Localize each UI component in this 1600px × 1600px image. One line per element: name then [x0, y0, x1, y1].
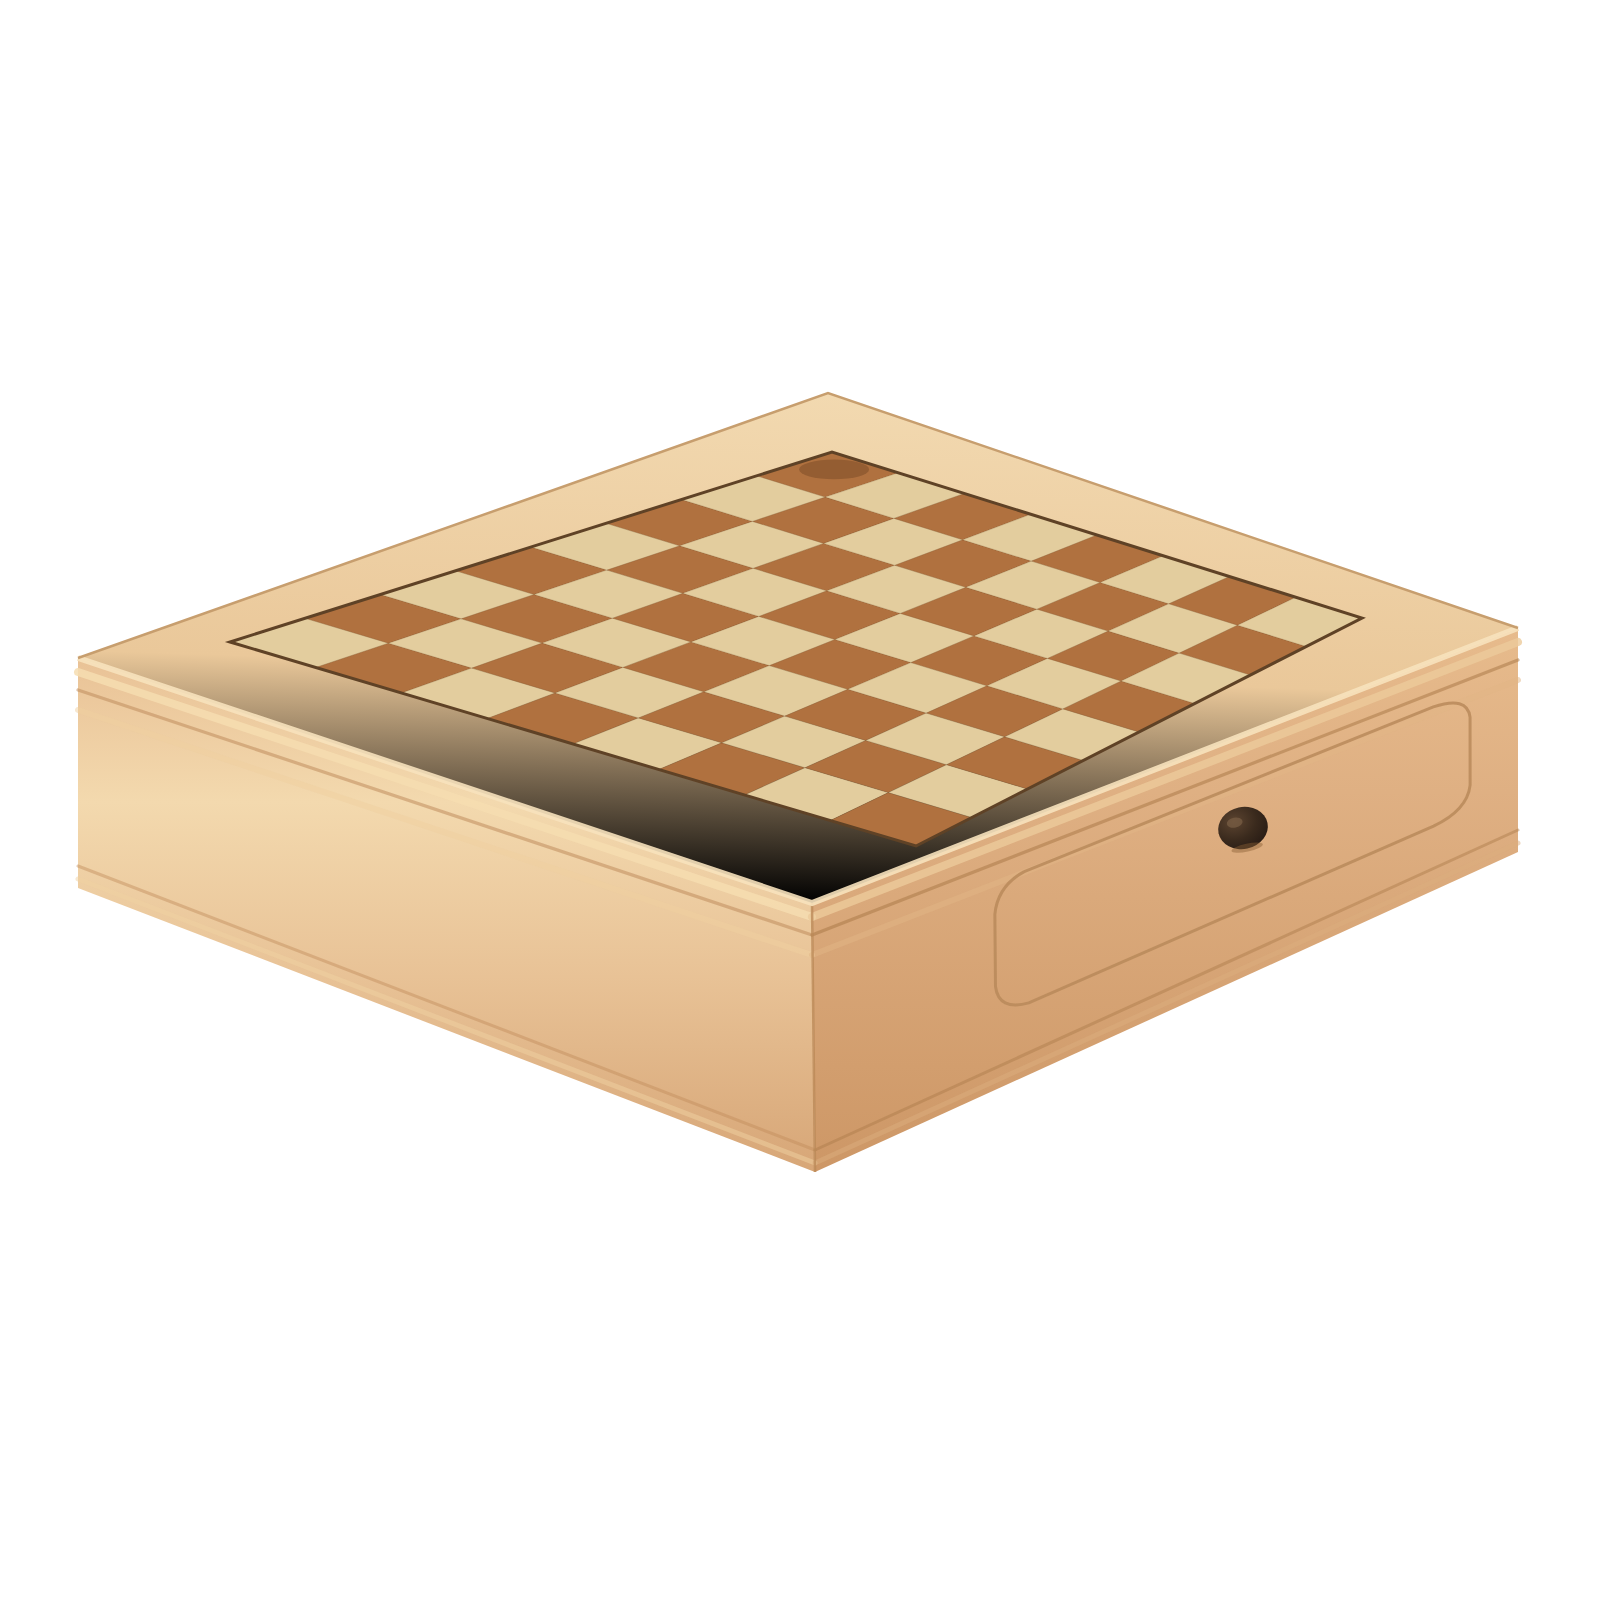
product-photo-chess-box	[0, 0, 1600, 1600]
chess-box-scene	[0, 0, 1600, 1600]
chess-pieces	[799, 460, 869, 480]
piece-light-bishop-h1[interactable]	[799, 460, 869, 480]
piece-shadow	[799, 460, 869, 480]
